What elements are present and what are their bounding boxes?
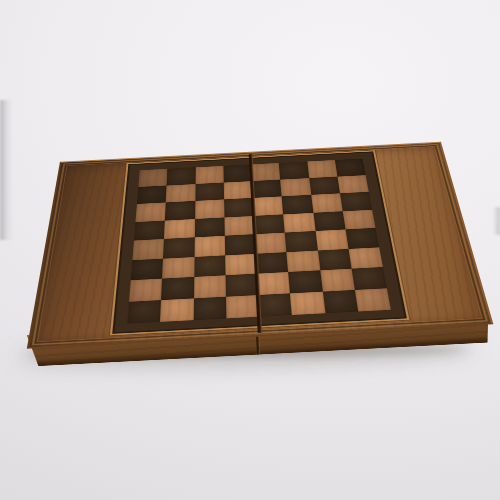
board-square <box>251 163 280 181</box>
board-square <box>223 164 252 182</box>
board-square <box>257 272 290 295</box>
board-square <box>226 295 259 319</box>
board-square <box>355 288 391 312</box>
board-square <box>134 220 165 240</box>
board-square <box>195 182 224 201</box>
board-square <box>280 178 310 197</box>
board-square <box>161 277 194 300</box>
board-square <box>315 229 348 250</box>
board-square <box>165 201 195 220</box>
board-square <box>164 219 194 239</box>
board-square <box>225 234 256 255</box>
board-square <box>313 211 345 231</box>
board-square <box>194 255 226 277</box>
board-square <box>225 274 258 297</box>
board-square <box>131 258 163 280</box>
board-square <box>136 202 166 221</box>
board-square <box>195 166 223 184</box>
board-square <box>132 239 164 260</box>
board-square <box>307 160 337 178</box>
board-square <box>224 198 254 217</box>
board-square <box>256 252 289 274</box>
board-square <box>309 176 340 195</box>
board-square <box>348 247 383 269</box>
board-top-surface <box>27 142 494 349</box>
board-square <box>224 181 253 200</box>
board-square <box>253 196 284 215</box>
board-square <box>127 300 161 324</box>
board-square <box>351 267 386 290</box>
board-square <box>342 209 375 229</box>
board-square <box>285 231 317 252</box>
board-square <box>160 298 193 322</box>
board-square <box>317 249 351 271</box>
board-square <box>224 216 255 236</box>
board-square <box>193 296 226 320</box>
board-square <box>288 270 322 293</box>
board-square <box>129 279 162 302</box>
board-square <box>283 213 315 233</box>
board-square <box>163 237 194 258</box>
photo-stage <box>0 0 500 500</box>
board-square <box>322 290 358 314</box>
board-square <box>282 195 313 214</box>
board-square <box>166 184 195 203</box>
board-square <box>340 192 372 211</box>
board-square <box>345 228 379 249</box>
board-square <box>225 253 257 275</box>
board-square <box>279 161 309 179</box>
board-square <box>252 179 282 198</box>
board-square <box>194 236 225 257</box>
board-square <box>287 250 320 272</box>
board-square <box>195 199 225 218</box>
board-square <box>194 217 224 237</box>
board-square <box>137 185 167 204</box>
board-square <box>162 257 194 279</box>
right-edge-object <box>493 207 500 235</box>
board-square <box>290 291 325 315</box>
board-square <box>311 193 343 212</box>
board-square <box>320 269 355 292</box>
board-square <box>337 175 369 193</box>
board-square <box>167 167 196 185</box>
board-square <box>258 293 292 317</box>
board-square <box>255 233 287 254</box>
games-box <box>7 68 493 372</box>
board-square <box>335 159 366 177</box>
board-square <box>193 275 225 298</box>
board-square <box>138 169 167 187</box>
board-square <box>254 214 285 234</box>
